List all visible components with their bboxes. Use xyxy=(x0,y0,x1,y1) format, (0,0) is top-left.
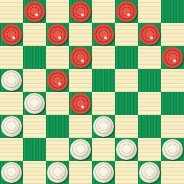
square-r1c0[interactable] xyxy=(0,23,23,46)
square-r4c1[interactable] xyxy=(23,92,46,115)
square-r1c4[interactable] xyxy=(92,23,115,46)
square-r1c5 xyxy=(115,23,138,46)
white-piece-r7c0[interactable] xyxy=(1,162,22,183)
square-r5c6[interactable] xyxy=(138,115,161,138)
square-r7c1 xyxy=(23,161,46,184)
square-r4c2 xyxy=(46,92,69,115)
square-r5c7 xyxy=(161,115,184,138)
square-r6c0 xyxy=(0,138,23,161)
square-r6c6 xyxy=(138,138,161,161)
red-piece-r4c3[interactable] xyxy=(70,93,91,114)
white-piece-r5c0[interactable] xyxy=(1,116,22,137)
checkers-board xyxy=(0,0,184,184)
square-r7c2[interactable] xyxy=(46,161,69,184)
square-r4c7[interactable] xyxy=(161,92,184,115)
square-r3c4[interactable] xyxy=(92,69,115,92)
square-r7c0[interactable] xyxy=(0,161,23,184)
square-r3c2[interactable] xyxy=(46,69,69,92)
white-piece-r7c4[interactable] xyxy=(93,162,114,183)
square-r2c7[interactable] xyxy=(161,46,184,69)
red-piece-r1c4[interactable] xyxy=(93,24,114,45)
white-piece-r7c2[interactable] xyxy=(47,162,68,183)
square-r2c5[interactable] xyxy=(115,46,138,69)
red-piece-r0c1[interactable] xyxy=(24,1,45,22)
square-r1c3 xyxy=(69,23,92,46)
red-piece-r0c3[interactable] xyxy=(70,1,91,22)
square-r3c5 xyxy=(115,69,138,92)
white-piece-r7c6[interactable] xyxy=(139,162,160,183)
square-r6c7[interactable] xyxy=(161,138,184,161)
square-r1c7 xyxy=(161,23,184,46)
square-r6c3[interactable] xyxy=(69,138,92,161)
white-piece-r3c0[interactable] xyxy=(1,70,22,91)
red-piece-r1c0[interactable] xyxy=(1,24,22,45)
square-r6c5[interactable] xyxy=(115,138,138,161)
square-r1c1 xyxy=(23,23,46,46)
square-r0c4 xyxy=(92,0,115,23)
square-r0c1[interactable] xyxy=(23,0,46,23)
square-r4c4 xyxy=(92,92,115,115)
square-r3c0[interactable] xyxy=(0,69,23,92)
square-r3c1 xyxy=(23,69,46,92)
square-r6c2 xyxy=(46,138,69,161)
square-r0c7[interactable] xyxy=(161,0,184,23)
red-piece-r0c5[interactable] xyxy=(116,1,137,22)
square-r0c6 xyxy=(138,0,161,23)
red-piece-r1c6[interactable] xyxy=(139,24,160,45)
square-r2c2 xyxy=(46,46,69,69)
square-r2c3[interactable] xyxy=(69,46,92,69)
square-r3c3 xyxy=(69,69,92,92)
square-r7c3 xyxy=(69,161,92,184)
white-piece-r6c3[interactable] xyxy=(70,139,91,160)
square-r1c6[interactable] xyxy=(138,23,161,46)
square-r0c0 xyxy=(0,0,23,23)
square-r5c5 xyxy=(115,115,138,138)
square-r2c1[interactable] xyxy=(23,46,46,69)
square-r1c2[interactable] xyxy=(46,23,69,46)
white-piece-r4c1[interactable] xyxy=(24,93,45,114)
square-r0c5[interactable] xyxy=(115,0,138,23)
white-piece-r6c7[interactable] xyxy=(162,139,183,160)
square-r4c5[interactable] xyxy=(115,92,138,115)
square-r5c2[interactable] xyxy=(46,115,69,138)
square-r2c4 xyxy=(92,46,115,69)
square-r5c1 xyxy=(23,115,46,138)
square-r4c3[interactable] xyxy=(69,92,92,115)
square-r4c0 xyxy=(0,92,23,115)
square-r2c6 xyxy=(138,46,161,69)
square-r4c6 xyxy=(138,92,161,115)
square-r5c4[interactable] xyxy=(92,115,115,138)
red-piece-r2c7[interactable] xyxy=(162,47,183,68)
red-piece-r3c2[interactable] xyxy=(47,70,68,91)
square-r7c6[interactable] xyxy=(138,161,161,184)
red-piece-r1c2[interactable] xyxy=(47,24,68,45)
square-r6c1[interactable] xyxy=(23,138,46,161)
white-piece-r5c4[interactable] xyxy=(93,116,114,137)
square-r7c4[interactable] xyxy=(92,161,115,184)
square-r7c5 xyxy=(115,161,138,184)
square-r0c2 xyxy=(46,0,69,23)
white-piece-r6c5[interactable] xyxy=(116,139,137,160)
square-r3c7 xyxy=(161,69,184,92)
square-r6c4 xyxy=(92,138,115,161)
square-r7c7 xyxy=(161,161,184,184)
square-r0c3[interactable] xyxy=(69,0,92,23)
square-r2c0 xyxy=(0,46,23,69)
square-r5c3 xyxy=(69,115,92,138)
red-piece-r2c3[interactable] xyxy=(70,47,91,68)
square-r3c6[interactable] xyxy=(138,69,161,92)
square-r5c0[interactable] xyxy=(0,115,23,138)
